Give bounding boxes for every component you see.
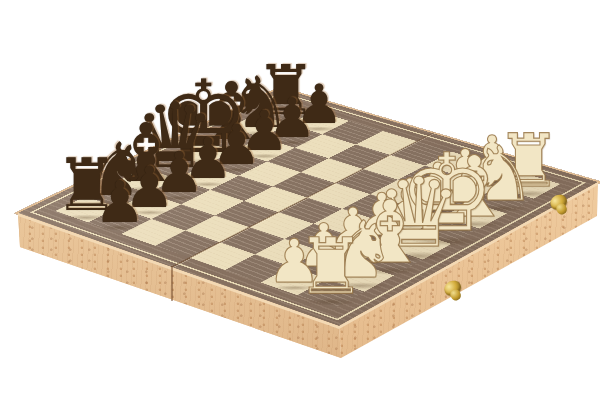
pieces-layer: ♜♞♝♛♚♝♞♜♟♟♟♟♟♟♟♟♟♟♟♟♟♟♟♟♜♞♝♛♚♝♞♜ [0, 0, 600, 400]
product-photo: Product photo of an open folding wooden … [0, 0, 600, 400]
white-rook-a1: ♜ [296, 229, 365, 306]
black-pawn-a7: ♟ [94, 173, 145, 230]
